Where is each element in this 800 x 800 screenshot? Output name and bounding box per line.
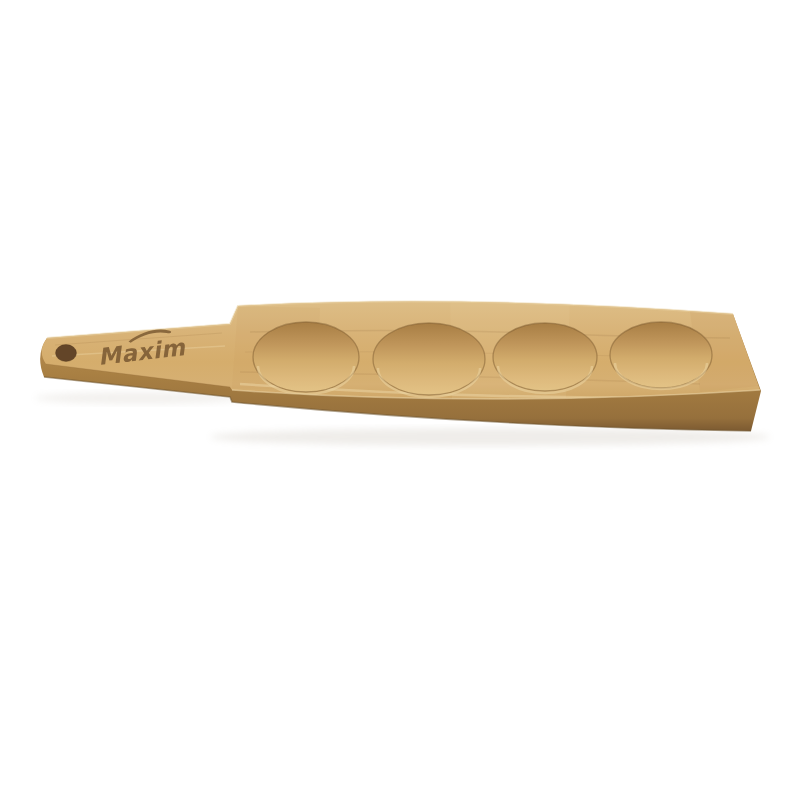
well-2 [373,323,485,397]
product-photo-scene: Maxim [0,0,800,800]
well-3 [493,323,597,393]
well-4 [610,322,712,389]
shadow-under-board [210,428,770,446]
well-1 [253,322,359,394]
flight-paddle-illustration: Maxim [0,0,800,800]
